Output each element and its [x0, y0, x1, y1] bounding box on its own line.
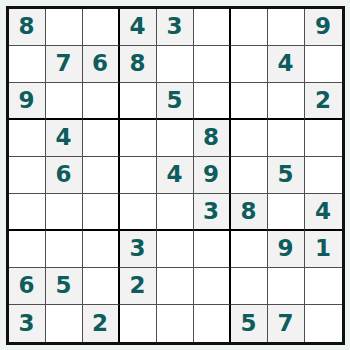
- cell-r4c4[interactable]: [120, 120, 157, 157]
- cell-r7c9: 1: [305, 231, 342, 268]
- cell-r2c5[interactable]: [157, 46, 194, 83]
- cell-r7c2[interactable]: [46, 231, 83, 268]
- cell-r9c8: 7: [268, 305, 305, 342]
- cell-r7c6[interactable]: [194, 231, 231, 268]
- cell-r1c4: 4: [120, 9, 157, 46]
- cell-r1c7[interactable]: [231, 9, 268, 46]
- cell-r1c5: 3: [157, 9, 194, 46]
- cell-r3c5: 5: [157, 83, 194, 120]
- cell-r8c4: 2: [120, 268, 157, 305]
- cell-r5c3[interactable]: [83, 157, 120, 194]
- cell-r6c4[interactable]: [120, 194, 157, 231]
- cell-r8c8[interactable]: [268, 268, 305, 305]
- cell-r2c9[interactable]: [305, 46, 342, 83]
- cell-r4c8[interactable]: [268, 120, 305, 157]
- cell-r3c7[interactable]: [231, 83, 268, 120]
- cell-r1c6[interactable]: [194, 9, 231, 46]
- cell-r3c1: 9: [9, 83, 46, 120]
- cell-r6c8[interactable]: [268, 194, 305, 231]
- cell-r5c5: 4: [157, 157, 194, 194]
- cell-r9c2[interactable]: [46, 305, 83, 342]
- cell-r6c1[interactable]: [9, 194, 46, 231]
- cell-r4c7[interactable]: [231, 120, 268, 157]
- cell-r4c1[interactable]: [9, 120, 46, 157]
- cell-r1c2[interactable]: [46, 9, 83, 46]
- cell-r3c2[interactable]: [46, 83, 83, 120]
- cell-r9c3: 2: [83, 305, 120, 342]
- cell-r6c6: 3: [194, 194, 231, 231]
- cell-r8c2: 5: [46, 268, 83, 305]
- cell-r2c8: 4: [268, 46, 305, 83]
- cell-r1c8[interactable]: [268, 9, 305, 46]
- cell-r3c6[interactable]: [194, 83, 231, 120]
- cell-r9c7: 5: [231, 305, 268, 342]
- cell-r5c6: 9: [194, 157, 231, 194]
- cell-r3c8[interactable]: [268, 83, 305, 120]
- cell-r5c4[interactable]: [120, 157, 157, 194]
- cell-r6c9: 4: [305, 194, 342, 231]
- cell-r9c6[interactable]: [194, 305, 231, 342]
- cell-r1c1: 8: [9, 9, 46, 46]
- cell-r8c5[interactable]: [157, 268, 194, 305]
- cell-r1c3[interactable]: [83, 9, 120, 46]
- cell-r5c2: 6: [46, 157, 83, 194]
- cell-r8c6[interactable]: [194, 268, 231, 305]
- cell-r3c4[interactable]: [120, 83, 157, 120]
- cell-r2c2: 7: [46, 46, 83, 83]
- cell-r6c3[interactable]: [83, 194, 120, 231]
- cell-r2c4: 8: [120, 46, 157, 83]
- cell-r2c3: 6: [83, 46, 120, 83]
- cell-r1c9: 9: [305, 9, 342, 46]
- cell-r5c7[interactable]: [231, 157, 268, 194]
- cell-r7c7[interactable]: [231, 231, 268, 268]
- cell-r9c4[interactable]: [120, 305, 157, 342]
- cell-r7c3[interactable]: [83, 231, 120, 268]
- cell-r8c3[interactable]: [83, 268, 120, 305]
- cell-r5c9[interactable]: [305, 157, 342, 194]
- cell-r6c5[interactable]: [157, 194, 194, 231]
- cell-r4c6: 8: [194, 120, 231, 157]
- cell-r6c7: 8: [231, 194, 268, 231]
- cell-r9c1: 3: [9, 305, 46, 342]
- cell-r7c5[interactable]: [157, 231, 194, 268]
- cell-r2c7[interactable]: [231, 46, 268, 83]
- cell-r9c5[interactable]: [157, 305, 194, 342]
- cell-r7c8: 9: [268, 231, 305, 268]
- cell-r4c9[interactable]: [305, 120, 342, 157]
- cell-r4c2: 4: [46, 120, 83, 157]
- cell-r3c9: 2: [305, 83, 342, 120]
- cell-r8c7[interactable]: [231, 268, 268, 305]
- cell-r5c8: 5: [268, 157, 305, 194]
- cell-r5c1[interactable]: [9, 157, 46, 194]
- cell-r4c3[interactable]: [83, 120, 120, 157]
- cell-r8c1: 6: [9, 268, 46, 305]
- cell-r7c1[interactable]: [9, 231, 46, 268]
- cell-r9c9[interactable]: [305, 305, 342, 342]
- cell-r4c5[interactable]: [157, 120, 194, 157]
- cell-r2c1[interactable]: [9, 46, 46, 83]
- cell-r7c4: 3: [120, 231, 157, 268]
- sudoku-board-frame: 843976849524864953843916523257: [6, 6, 345, 345]
- cell-r8c9[interactable]: [305, 268, 342, 305]
- cell-r3c3[interactable]: [83, 83, 120, 120]
- sudoku-board: 843976849524864953843916523257: [9, 9, 342, 342]
- cell-r2c6[interactable]: [194, 46, 231, 83]
- cell-r6c2[interactable]: [46, 194, 83, 231]
